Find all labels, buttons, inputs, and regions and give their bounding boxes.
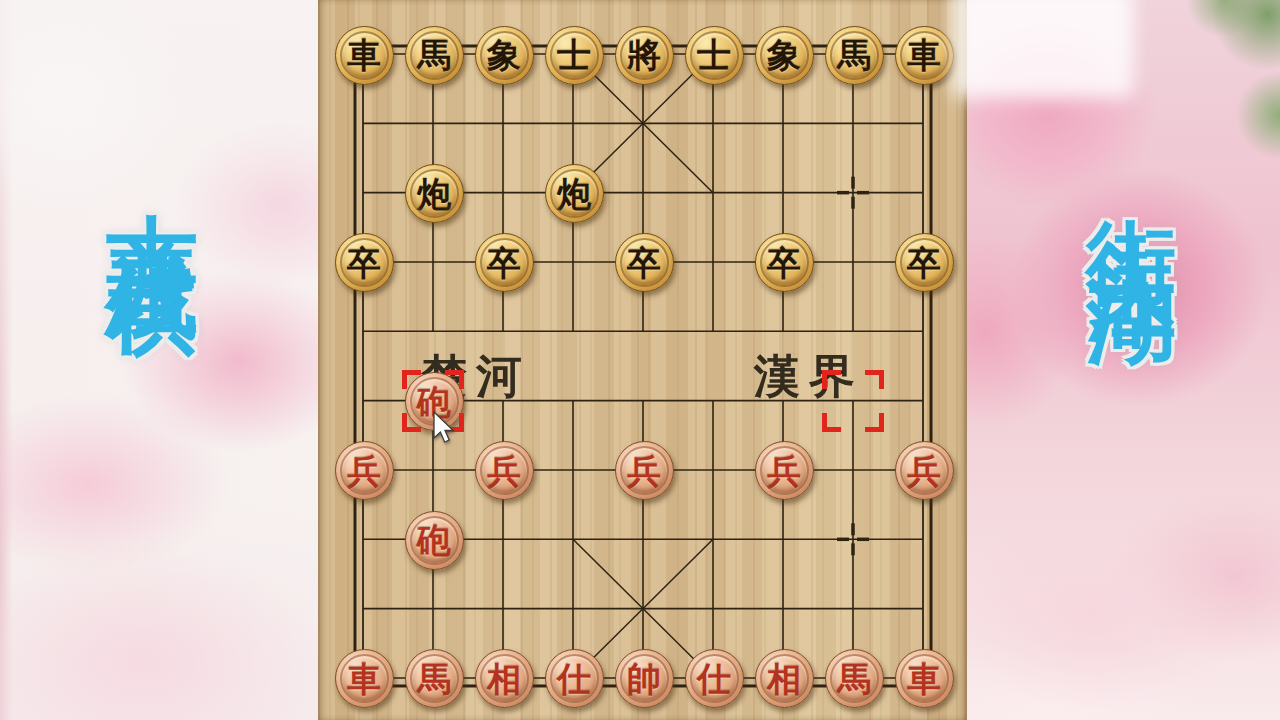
piece-label: 帥 [627,662,661,696]
piece-label: 卒 [347,246,381,280]
piece-black-advisor[interactable]: 士 [545,26,604,85]
rose-background-left [0,0,318,720]
banner-title-left: 古普残棋 [106,138,198,210]
piece-black-horse[interactable]: 馬 [825,26,884,85]
piece-label: 將 [627,38,661,72]
piece-label: 卒 [907,246,941,280]
piece-label: 馬 [417,662,451,696]
rose-background-right [967,0,1280,720]
white-glare-highlight [952,0,1134,98]
piece-label: 士 [557,38,591,72]
piece-black-soldier[interactable]: 卒 [475,233,534,292]
piece-label: 仕 [557,662,591,696]
piece-black-soldier[interactable]: 卒 [755,233,814,292]
river-label-han-jie: 漢界 [754,346,864,408]
piece-black-rook[interactable]: 車 [895,26,954,85]
piece-black-soldier[interactable]: 卒 [615,233,674,292]
mouse-cursor-icon [433,411,455,444]
piece-label: 兵 [347,454,381,488]
piece-label: 車 [907,662,941,696]
piece-black-horse[interactable]: 馬 [405,26,464,85]
piece-red-horse[interactable]: 馬 [825,649,884,708]
piece-label: 車 [907,38,941,72]
piece-red-cannon[interactable]: 砲 [405,511,464,570]
piece-black-soldier[interactable]: 卒 [895,233,954,292]
piece-red-elephant[interactable]: 相 [755,649,814,708]
piece-red-advisor[interactable]: 仕 [545,649,604,708]
piece-black-general[interactable]: 將 [615,26,674,85]
board-grid [318,0,967,720]
piece-red-rook[interactable]: 車 [895,649,954,708]
piece-label: 相 [767,662,801,696]
piece-label: 馬 [417,38,451,72]
xiangqi-board[interactable]: 楚河 漢界 車馬象士將士象馬車炮炮卒卒卒卒卒砲兵兵兵兵兵砲車馬相仕帥仕相馬車 [318,0,967,720]
piece-label: 兵 [907,454,941,488]
piece-red-advisor[interactable]: 仕 [685,649,744,708]
piece-red-elephant[interactable]: 相 [475,649,534,708]
piece-red-soldier[interactable]: 兵 [475,441,534,500]
piece-red-general[interactable]: 帥 [615,649,674,708]
piece-red-horse[interactable]: 馬 [405,649,464,708]
piece-label: 卒 [767,246,801,280]
piece-label: 砲 [417,523,451,557]
piece-label: 象 [767,38,801,72]
piece-red-soldier[interactable]: 兵 [335,441,394,500]
piece-label: 車 [347,662,381,696]
piece-label: 卒 [487,246,521,280]
piece-black-soldier[interactable]: 卒 [335,233,394,292]
piece-label: 炮 [417,177,451,211]
piece-label: 象 [487,38,521,72]
banner-title-right: 街头江湖 [1087,146,1177,226]
piece-label: 炮 [557,177,591,211]
piece-label: 相 [487,662,521,696]
piece-black-advisor[interactable]: 士 [685,26,744,85]
piece-black-cannon[interactable]: 炮 [405,164,464,223]
piece-label: 馬 [837,662,871,696]
piece-red-soldier[interactable]: 兵 [755,441,814,500]
piece-label: 馬 [837,38,871,72]
piece-black-cannon[interactable]: 炮 [545,164,604,223]
piece-label: 士 [697,38,731,72]
piece-label: 兵 [627,454,661,488]
piece-red-soldier[interactable]: 兵 [615,441,674,500]
piece-label: 仕 [697,662,731,696]
piece-black-rook[interactable]: 車 [335,26,394,85]
piece-red-rook[interactable]: 車 [335,649,394,708]
piece-label: 兵 [767,454,801,488]
piece-label: 車 [347,38,381,72]
piece-black-elephant[interactable]: 象 [755,26,814,85]
piece-red-soldier[interactable]: 兵 [895,441,954,500]
piece-black-elephant[interactable]: 象 [475,26,534,85]
piece-label: 卒 [627,246,661,280]
piece-label: 兵 [487,454,521,488]
screenshot-stage: 古普残棋 街头江湖 楚河 漢界 車馬象士將士象馬車炮炮卒卒卒卒卒砲兵兵兵兵兵砲車… [0,0,1280,720]
